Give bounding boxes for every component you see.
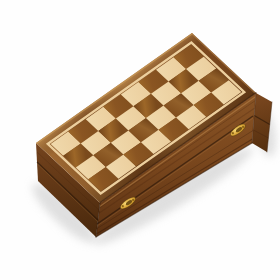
chess-box-photo: [0, 0, 280, 280]
product-photo-stage: [0, 0, 280, 280]
